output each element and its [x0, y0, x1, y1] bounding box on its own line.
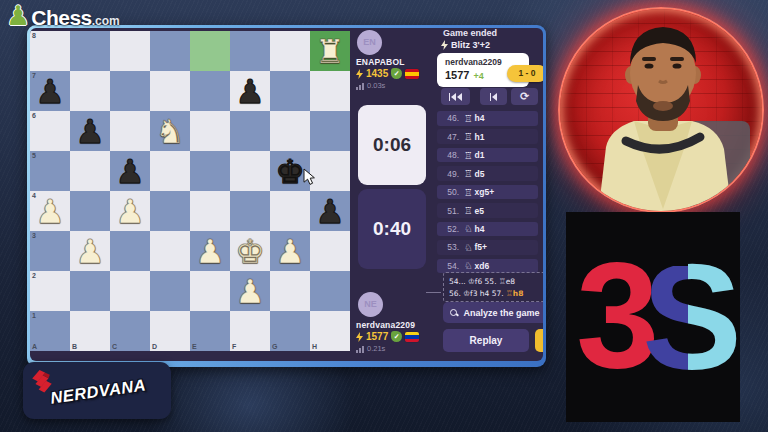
move-row-47[interactable]: 47.♖h1 — [437, 129, 538, 144]
square-c5[interactable]: ♟ — [110, 151, 150, 191]
square-e2[interactable] — [190, 271, 230, 311]
top-player-clock: 0:06 — [358, 105, 426, 185]
square-a1[interactable]: 1A — [30, 311, 70, 351]
piece-icon: ♘ — [464, 242, 473, 253]
square-g8[interactable] — [270, 31, 310, 71]
black-pawn-a7[interactable]: ♟ — [30, 71, 70, 111]
move-row-54[interactable]: 54.♘xd6 — [437, 259, 538, 274]
move-row-46[interactable]: 46.♖h4 — [437, 111, 538, 126]
move-row-48[interactable]: 48.♖d1 — [437, 148, 538, 163]
top-player-ping: 0.03s — [356, 81, 385, 90]
move-san: h4 — [475, 224, 485, 234]
square-f8[interactable] — [230, 31, 270, 71]
chesscom-logo-text: Chess — [31, 6, 92, 30]
square-a6[interactable]: 6 — [30, 111, 70, 151]
move-san: d1 — [475, 150, 485, 160]
square-f5[interactable] — [230, 151, 270, 191]
bottom-player-ping: 0.21s — [356, 344, 385, 353]
go-to-start-button[interactable] — [441, 88, 470, 105]
mouse-cursor — [303, 168, 317, 186]
square-b3[interactable]: ♟ — [70, 231, 110, 271]
verified-badge-icon: ✓ — [391, 68, 402, 79]
square-a7[interactable]: 7♟ — [30, 71, 70, 111]
white-rook-h8[interactable]: ♜ — [310, 31, 350, 71]
move-san: xg5+ — [475, 187, 495, 197]
top-player-rating: 1435 — [366, 68, 388, 79]
file-label-A: A — [32, 343, 37, 350]
white-pawn-g3[interactable]: ♟ — [270, 231, 310, 271]
chesscom-logo: ♟ Chess .com — [6, 1, 120, 31]
square-c7[interactable] — [110, 71, 150, 111]
square-c3[interactable] — [110, 231, 150, 271]
variation-line-2: 56. ♔f3 h4 57. ♖h8 — [449, 288, 543, 300]
nerdvana-logo: NERDVANA — [23, 362, 171, 419]
move-number: 49. — [437, 169, 459, 179]
move-number: 54. — [437, 261, 459, 271]
move-row-51[interactable]: 51.♖e5 — [437, 203, 538, 218]
flip-board-button[interactable]: ⟳ — [511, 88, 538, 105]
rating-bolt-icon — [356, 332, 363, 342]
move-number: 52. — [437, 224, 459, 234]
rank-label-3: 3 — [32, 232, 36, 239]
piece-icon: ♖ — [464, 205, 473, 216]
black-pawn-c5[interactable]: ♟ — [110, 151, 150, 191]
white-pawn-a4[interactable]: ♟ — [30, 191, 70, 231]
square-f7[interactable]: ♟ — [230, 71, 270, 111]
square-h7[interactable] — [310, 71, 350, 111]
square-h2[interactable] — [310, 271, 350, 311]
bottom-player-ping-value: 0.21s — [367, 344, 385, 353]
square-b6[interactable]: ♟ — [70, 111, 110, 151]
square-d3[interactable] — [150, 231, 190, 271]
file-label-G: G — [272, 343, 277, 350]
square-f1[interactable]: F — [230, 311, 270, 351]
move-number: 53. — [437, 242, 459, 252]
bottom-player-rating-row: 1577 ✓ — [356, 331, 419, 342]
square-b4[interactable] — [70, 191, 110, 231]
square-f3[interactable]: ♚ — [230, 231, 270, 271]
blitz-bolt-icon — [441, 40, 448, 50]
top-player-ping-value: 0.03s — [367, 81, 385, 90]
square-f6[interactable] — [230, 111, 270, 151]
white-knight-d6[interactable]: ♞ — [150, 111, 190, 151]
piece-icon: ♖ — [464, 187, 473, 198]
piece-icon: ♘ — [464, 223, 473, 234]
bottom-player-rating: 1577 — [366, 331, 388, 342]
square-h8[interactable]: ♜ — [310, 31, 350, 71]
spain-flag-icon — [405, 69, 419, 79]
square-d6[interactable]: ♞ — [150, 111, 190, 151]
square-g4[interactable] — [270, 191, 310, 231]
sponsor-3s-logo: 3 S S — [566, 212, 740, 422]
webcam-feed — [558, 7, 764, 213]
square-a5[interactable]: 5 — [30, 151, 70, 191]
move-row-52[interactable]: 52.♘h4 — [437, 222, 538, 237]
black-pawn-b6[interactable]: ♟ — [70, 111, 110, 151]
bottom-player-avatar[interactable]: NE — [358, 292, 383, 317]
square-c2[interactable] — [110, 271, 150, 311]
analyze-game-button[interactable]: Analyze the game — [443, 302, 543, 323]
square-b5[interactable] — [70, 151, 110, 191]
black-pawn-h4[interactable]: ♟ — [310, 191, 350, 231]
variation-box[interactable]: 54... ♔f6 55. ♖e8 56. ♔f3 h4 57. ♖h8 — [443, 272, 543, 302]
move-number: 50. — [437, 187, 459, 197]
square-h4[interactable]: ♟ — [310, 191, 350, 231]
rank-label-6: 6 — [32, 112, 36, 119]
variation-connector — [426, 292, 441, 293]
black-pawn-f7[interactable]: ♟ — [230, 71, 270, 111]
square-a3[interactable]: 3 — [30, 231, 70, 271]
result-winner-rating: 1577 — [445, 69, 469, 81]
file-label-H: H — [312, 343, 317, 350]
square-g6[interactable] — [270, 111, 310, 151]
square-a2[interactable]: 2 — [30, 271, 70, 311]
rating-bolt-icon — [356, 69, 363, 79]
square-g3[interactable]: ♟ — [270, 231, 310, 271]
square-a8[interactable]: 8 — [30, 31, 70, 71]
white-king-f3[interactable]: ♚ — [230, 231, 270, 271]
rank-label-5: 5 — [32, 152, 36, 159]
square-g2[interactable] — [270, 271, 310, 311]
file-label-E: E — [192, 343, 197, 350]
top-player-name[interactable]: ENAPABOL — [356, 57, 405, 67]
square-e5[interactable] — [190, 151, 230, 191]
white-pawn-b3[interactable]: ♟ — [70, 231, 110, 271]
square-c1[interactable]: C — [110, 311, 150, 351]
chesscom-pawn-icon: ♟ — [6, 1, 30, 31]
square-d8[interactable] — [150, 31, 190, 71]
move-row-50[interactable]: 50.♖xg5+ — [437, 185, 538, 200]
square-b2[interactable] — [70, 271, 110, 311]
square-g7[interactable] — [270, 71, 310, 111]
square-h1[interactable]: H — [310, 311, 350, 351]
square-e7[interactable] — [190, 71, 230, 111]
square-f4[interactable] — [230, 191, 270, 231]
signal-bars-icon — [356, 346, 364, 353]
move-san: f5+ — [475, 242, 488, 252]
square-f2[interactable]: ♟ — [230, 271, 270, 311]
move-number: 47. — [437, 132, 459, 142]
game-status-label: Game ended — [443, 28, 497, 38]
move-number: 48. — [437, 150, 459, 160]
square-e8[interactable] — [190, 31, 230, 71]
chesscom-logo-suffix: .com — [92, 14, 120, 28]
file-label-B: B — [72, 343, 77, 350]
white-pawn-c4[interactable]: ♟ — [110, 191, 150, 231]
move-san: d5 — [475, 169, 485, 179]
move-row-53[interactable]: 53.♘f5+ — [437, 240, 538, 255]
streamer-portrait — [560, 9, 764, 213]
chess-board[interactable]: 8♜7♟♟6♟♞5♟♚4♟♟♟3♟♟♚♟2♟1ABCDEFGH — [30, 31, 350, 351]
variation-line-1: 54... ♔f6 55. ♖e8 — [449, 276, 543, 288]
rank-label-2: 2 — [32, 272, 36, 279]
piece-icon: ♘ — [464, 260, 473, 271]
white-pawn-e3[interactable]: ♟ — [190, 231, 230, 271]
square-g1[interactable]: G — [270, 311, 310, 351]
rank-label-8: 8 — [32, 32, 36, 39]
file-label-D: D — [152, 343, 157, 350]
file-label-F: F — [232, 343, 236, 350]
square-e3[interactable]: ♟ — [190, 231, 230, 271]
top-player-rating-row: 1435 ✓ — [356, 68, 419, 79]
top-player-avatar[interactable]: EN — [357, 30, 382, 55]
analyze-label: Analyze the game — [463, 308, 539, 318]
rank-label-1: 1 — [32, 312, 36, 319]
square-d5[interactable] — [150, 151, 190, 191]
square-d4[interactable] — [150, 191, 190, 231]
piece-icon: ♖ — [464, 168, 473, 179]
new-game-button-partial[interactable] — [535, 329, 543, 352]
piece-icon: ♖ — [464, 113, 473, 124]
magnifier-icon — [450, 309, 458, 317]
file-label-C: C — [112, 343, 117, 350]
move-san: e5 — [475, 206, 484, 216]
step-back-button[interactable] — [480, 88, 507, 105]
game-window: 8♜7♟♟6♟♞5♟♚4♟♟♟3♟♟♚♟2♟1ABCDEFGH EN ENAPA… — [27, 25, 546, 367]
square-d2[interactable] — [150, 271, 190, 311]
replay-label: Replay — [470, 335, 503, 346]
square-h6[interactable] — [310, 111, 350, 151]
stream-background: ♟ Chess .com 8♜7♟♟6♟♞5♟♚4♟♟♟3♟♟♚♟2♟1ABCD… — [0, 0, 768, 432]
square-b8[interactable] — [70, 31, 110, 71]
time-control-label: Blitz 3'+2 — [451, 40, 490, 50]
piece-icon: ♖ — [464, 150, 473, 161]
venezuela-flag-icon — [405, 332, 419, 342]
square-h3[interactable] — [310, 231, 350, 271]
square-d1[interactable]: D — [150, 311, 190, 351]
square-c4[interactable]: ♟ — [110, 191, 150, 231]
square-e6[interactable] — [190, 111, 230, 151]
move-san: xd6 — [475, 261, 490, 271]
bottom-player-clock: 0:40 — [358, 189, 426, 269]
square-b7[interactable] — [70, 71, 110, 111]
signal-bars-icon — [356, 83, 364, 90]
current-move: ♖h8 — [506, 289, 523, 298]
bottom-player-name[interactable]: nerdvana2209 — [356, 320, 415, 330]
replay-button[interactable]: Replay — [443, 329, 529, 352]
score-badge: 1 - 0 — [507, 65, 543, 82]
move-number: 46. — [437, 113, 459, 123]
time-control-row: Blitz 3'+2 — [441, 40, 490, 50]
move-san: h1 — [475, 132, 485, 142]
square-c6[interactable] — [110, 111, 150, 151]
move-number: 51. — [437, 206, 459, 216]
game-window-content: 8♜7♟♟6♟♞5♟♚4♟♟♟3♟♟♚♟2♟1ABCDEFGH EN ENAPA… — [30, 28, 543, 361]
result-rating-delta: +4 — [473, 71, 483, 81]
square-b1[interactable]: B — [70, 311, 110, 351]
verified-badge-icon: ✓ — [391, 331, 402, 342]
piece-icon: ♖ — [464, 131, 473, 142]
white-pawn-f2[interactable]: ♟ — [230, 271, 270, 311]
square-e1[interactable]: E — [190, 311, 230, 351]
move-row-49[interactable]: 49.♖d5 — [437, 166, 538, 181]
square-d7[interactable] — [150, 71, 190, 111]
square-e4[interactable] — [190, 191, 230, 231]
move-san: h4 — [475, 113, 485, 123]
square-a4[interactable]: 4♟ — [30, 191, 70, 231]
flip-icon: ⟳ — [520, 91, 529, 102]
nerdvana-text: NERDVANA — [49, 375, 147, 407]
square-c8[interactable] — [110, 31, 150, 71]
